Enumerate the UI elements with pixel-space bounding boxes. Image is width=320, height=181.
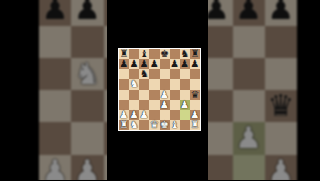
square-f6[interactable] xyxy=(170,69,180,79)
square-e3[interactable]: ♟ xyxy=(160,100,170,110)
square-g2 xyxy=(233,155,265,181)
square-g6 xyxy=(233,26,265,58)
piece-black-pawn[interactable]: ♟ xyxy=(190,59,199,69)
square-d4[interactable] xyxy=(149,90,159,100)
square-b3 xyxy=(71,122,103,154)
square-g6[interactable] xyxy=(180,69,190,79)
square-g2[interactable] xyxy=(180,110,190,120)
square-g3[interactable]: ♟ xyxy=(180,100,190,110)
square-c5[interactable] xyxy=(139,79,149,89)
square-g1[interactable] xyxy=(180,120,190,130)
square-g7[interactable]: ♟ xyxy=(180,59,190,69)
piece-white-knight[interactable]: ♞ xyxy=(130,79,139,89)
piece-white-pawn: ♟ xyxy=(235,123,262,153)
square-a2: ♟ xyxy=(39,155,71,181)
piece-black-king[interactable]: ♚ xyxy=(160,49,169,59)
square-f3[interactable] xyxy=(170,100,180,110)
piece-black-queen[interactable]: ♛ xyxy=(190,90,199,100)
square-f4[interactable] xyxy=(170,90,180,100)
square-c4[interactable] xyxy=(139,90,149,100)
square-b7[interactable]: ♟ xyxy=(129,59,139,69)
piece-white-knight[interactable]: ♞ xyxy=(130,120,139,130)
square-h6 xyxy=(265,26,297,58)
square-b6 xyxy=(71,26,103,58)
square-b5[interactable]: ♞ xyxy=(129,79,139,89)
square-d6[interactable] xyxy=(149,69,159,79)
piece-black-pawn[interactable]: ♟ xyxy=(120,59,129,69)
square-c6[interactable]: ♞ xyxy=(139,69,149,79)
square-a6[interactable] xyxy=(119,69,129,79)
square-h2: ♟ xyxy=(265,155,297,181)
square-a5 xyxy=(39,58,71,90)
piece-white-rook[interactable]: ♜ xyxy=(190,120,199,130)
piece-white-rook[interactable]: ♜ xyxy=(120,120,129,130)
piece-white-pawn[interactable]: ♟ xyxy=(180,100,189,110)
square-g7: ♟ xyxy=(233,0,265,26)
piece-white-pawn: ♟ xyxy=(267,156,294,180)
square-h6[interactable] xyxy=(190,69,200,79)
piece-black-pawn: ♟ xyxy=(42,0,69,24)
square-g4 xyxy=(233,90,265,122)
square-h7: ♟ xyxy=(265,0,297,26)
square-a1[interactable]: ♜ xyxy=(119,120,129,130)
square-g5[interactable] xyxy=(180,79,190,89)
piece-white-knight: ♞ xyxy=(74,59,101,89)
square-b7: ♟ xyxy=(71,0,103,26)
square-d5[interactable] xyxy=(149,79,159,89)
video-frame: ♜♝♚♞♜♟♟♟♟♟♟♟♞♞♟♛♟♟♟♟♟♟♜♞♛♚♝♜ ♜♝♚♞♜♟♟♟♟♟♟… xyxy=(0,0,320,180)
piece-black-knight[interactable]: ♞ xyxy=(140,69,149,79)
piece-white-pawn: ♟ xyxy=(42,156,69,180)
piece-black-pawn[interactable]: ♟ xyxy=(180,59,189,69)
square-h1[interactable]: ♜ xyxy=(190,120,200,130)
piece-white-pawn[interactable]: ♟ xyxy=(160,100,169,110)
square-b1[interactable]: ♞ xyxy=(129,120,139,130)
square-d3[interactable] xyxy=(149,100,159,110)
piece-white-pawn[interactable]: ♟ xyxy=(140,110,149,120)
square-g5 xyxy=(233,58,265,90)
square-b4[interactable] xyxy=(129,90,139,100)
square-a4 xyxy=(39,90,71,122)
square-f5[interactable] xyxy=(170,79,180,89)
piece-black-pawn[interactable]: ♟ xyxy=(130,59,139,69)
square-d7[interactable]: ♟ xyxy=(149,59,159,69)
square-a3 xyxy=(39,122,71,154)
square-a6 xyxy=(39,26,71,58)
piece-black-pawn: ♟ xyxy=(74,0,101,24)
square-b2: ♟ xyxy=(71,155,103,181)
square-f7[interactable]: ♟ xyxy=(170,59,180,69)
square-f1[interactable]: ♝ xyxy=(170,120,180,130)
square-e7[interactable] xyxy=(160,59,170,69)
piece-black-queen: ♛ xyxy=(267,91,294,121)
piece-black-pawn[interactable]: ♟ xyxy=(150,59,159,69)
square-h5 xyxy=(265,58,297,90)
square-a5[interactable] xyxy=(119,79,129,89)
square-d1[interactable]: ♛ xyxy=(149,120,159,130)
square-c2[interactable]: ♟ xyxy=(139,110,149,120)
square-e1[interactable]: ♚ xyxy=(160,120,170,130)
chess-board[interactable]: ♜♝♚♞♜♟♟♟♟♟♟♟♞♞♟♛♟♟♟♟♟♟♜♞♛♚♝♜ xyxy=(118,48,201,131)
piece-black-pawn: ♟ xyxy=(267,0,294,24)
piece-black-pawn[interactable]: ♟ xyxy=(170,59,179,69)
square-h4[interactable]: ♛ xyxy=(190,90,200,100)
square-h4: ♛ xyxy=(265,90,297,122)
square-b5: ♞ xyxy=(71,58,103,90)
square-h7[interactable]: ♟ xyxy=(190,59,200,69)
piece-white-queen[interactable]: ♛ xyxy=(150,120,159,130)
square-b4 xyxy=(71,90,103,122)
square-h3 xyxy=(265,122,297,154)
piece-white-bishop[interactable]: ♝ xyxy=(170,120,179,130)
square-e5[interactable] xyxy=(160,79,170,89)
piece-white-king[interactable]: ♚ xyxy=(160,120,169,130)
square-e8[interactable]: ♚ xyxy=(160,49,170,59)
piece-white-pawn: ♟ xyxy=(74,156,101,180)
square-a7[interactable]: ♟ xyxy=(119,59,129,69)
square-e6[interactable] xyxy=(160,69,170,79)
piece-black-pawn: ♟ xyxy=(235,0,262,24)
square-a7: ♟ xyxy=(39,0,71,26)
square-h5[interactable] xyxy=(190,79,200,89)
square-g3: ♟ xyxy=(233,122,265,154)
square-a4[interactable] xyxy=(119,90,129,100)
square-c1[interactable] xyxy=(139,120,149,130)
